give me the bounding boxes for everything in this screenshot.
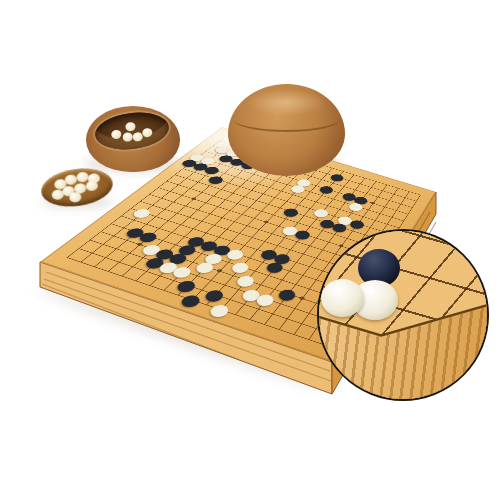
go-set-photo: ●●●●●●●●●●●●●●●●●●●●●●●●●●●●●●●●●●●●●●●●… [0,0,500,500]
white-stone-in-bowl [122,132,133,142]
go-bowl-open [86,106,180,172]
bowl-mouth [93,109,171,154]
stone-white: ● [348,201,365,211]
zoom-inset-circle [317,229,489,401]
stone-white: ● [209,302,233,317]
white-stone-in-bowl [111,129,122,139]
white-stone-in-bowl [69,192,82,204]
go-bowl-lidded [228,84,345,176]
inset-stone-white [321,279,364,317]
white-stone-in-bowl [125,122,136,132]
bowl-lid-highlight [247,89,327,117]
white-stone-in-bowl [142,128,153,138]
white-stone-in-bowl [85,180,98,192]
